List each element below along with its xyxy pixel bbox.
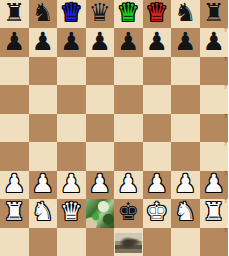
square-b2[interactable]: ♟ (29, 171, 58, 199)
square-e0[interactable] (114, 228, 143, 256)
square-h6[interactable]: 7 (200, 57, 229, 85)
piece-white-pawn[interactable]: ♟ (203, 171, 225, 198)
piece-white-rook[interactable]: ♜ (3, 199, 25, 226)
square-g6[interactable] (171, 57, 200, 85)
square-c6[interactable] (57, 57, 86, 85)
piece-black-pawn[interactable]: ♟ (117, 28, 139, 55)
square-b6[interactable] (29, 57, 58, 85)
square-a7[interactable]: ♟ (0, 28, 29, 56)
square-g2[interactable]: ♟ (171, 171, 200, 199)
square-d6[interactable] (86, 57, 115, 85)
piece-white-queen[interactable]: ♛ (60, 199, 82, 226)
square-e1[interactable]: ♚ (114, 199, 143, 227)
square-h5[interactable]: 7 (200, 85, 229, 113)
square-e4[interactable] (114, 114, 143, 142)
piece-black-knight[interactable]: ♞ (174, 0, 196, 27)
piece-black-rook[interactable]: ♜ (203, 0, 225, 27)
square-e2[interactable]: ♟ (114, 171, 143, 199)
piece-black-pawn[interactable]: ♟ (60, 28, 82, 55)
square-g1[interactable]: ♞ (171, 199, 200, 227)
square-e3[interactable] (114, 142, 143, 170)
square-a8[interactable]: ♜ (0, 0, 29, 28)
square-e6[interactable] (114, 57, 143, 85)
piece-white-pawn[interactable]: ♟ (146, 171, 168, 198)
piece-red-queen[interactable]: ♛ (146, 0, 168, 27)
piece-white-pawn[interactable]: ♟ (89, 171, 111, 198)
square-f0[interactable] (143, 228, 172, 256)
square-g4[interactable] (171, 114, 200, 142)
square-b3[interactable] (29, 142, 58, 170)
piece-black-queen[interactable]: ♛ (89, 0, 111, 27)
square-a2[interactable]: ♟ (0, 171, 29, 199)
piece-black-pawn[interactable]: ♟ (146, 28, 168, 55)
piece-black-knight[interactable]: ♞ (32, 0, 54, 27)
photo-foliage (86, 199, 115, 227)
square-c3[interactable] (57, 142, 86, 170)
square-b7[interactable]: ♟ (29, 28, 58, 56)
square-h2[interactable]: ♟7 (200, 171, 229, 199)
square-d3[interactable] (86, 142, 115, 170)
square-a5[interactable] (0, 85, 29, 113)
piece-blue-queen[interactable]: ♛ (60, 0, 82, 27)
piece-white-pawn[interactable]: ♟ (3, 171, 25, 198)
square-f8[interactable]: ♛ (143, 0, 172, 28)
square-h0[interactable]: 7 (200, 228, 229, 256)
piece-black-rook[interactable]: ♜ (3, 0, 25, 27)
square-e7[interactable]: ♟ (114, 28, 143, 56)
square-c2[interactable]: ♟ (57, 171, 86, 199)
piece-white-rook[interactable]: ♜ (203, 199, 225, 226)
square-e8[interactable]: ♛ (114, 0, 143, 28)
square-h1[interactable]: ♜7 (200, 199, 229, 227)
square-c1[interactable]: ♛ (57, 199, 86, 227)
square-d8[interactable]: ♛ (86, 0, 115, 28)
piece-white-king[interactable]: ♚ (146, 199, 168, 226)
corner-mark: 7 (224, 114, 227, 119)
square-b8[interactable]: ♞ (29, 0, 58, 28)
square-g0[interactable] (171, 228, 200, 256)
piece-black-pawn[interactable]: ♟ (203, 28, 225, 55)
square-f5[interactable] (143, 85, 172, 113)
square-a0[interactable] (0, 228, 29, 256)
square-f6[interactable] (143, 57, 172, 85)
square-h7[interactable]: ♟7 (200, 28, 229, 56)
square-d4[interactable] (86, 114, 115, 142)
square-c8[interactable]: ♛ (57, 0, 86, 28)
square-b0[interactable] (29, 228, 58, 256)
square-h8[interactable]: ♜ (200, 0, 229, 28)
piece-black-king[interactable]: ♚ (117, 199, 139, 226)
square-e5[interactable] (114, 85, 143, 113)
square-f7[interactable]: ♟ (143, 28, 172, 56)
piece-white-pawn[interactable]: ♟ (117, 171, 139, 198)
square-a1[interactable]: ♜ (0, 199, 29, 227)
square-f3[interactable] (143, 142, 172, 170)
chess-board: ♜♞♛♛♛♛♞♜♟♟♟♟♟♟♟♟77777♟♟♟♟♟♟♟♟7♜♞♛♚♚♞♜77 (0, 0, 228, 256)
square-c5[interactable] (57, 85, 86, 113)
piece-black-pawn[interactable]: ♟ (89, 28, 111, 55)
square-f4[interactable] (143, 114, 172, 142)
square-b5[interactable] (29, 85, 58, 113)
square-g7[interactable]: ♟ (171, 28, 200, 56)
square-c0[interactable] (57, 228, 86, 256)
square-a3[interactable] (0, 142, 29, 170)
photo-landscape (115, 233, 142, 253)
square-b1[interactable]: ♞ (29, 199, 58, 227)
square-d5[interactable] (86, 85, 115, 113)
piece-black-pawn[interactable]: ♟ (32, 28, 54, 55)
square-g5[interactable] (171, 85, 200, 113)
piece-green-queen[interactable]: ♛ (117, 0, 139, 27)
corner-mark: 7 (224, 57, 227, 62)
square-d1[interactable] (86, 199, 115, 227)
piece-white-knight[interactable]: ♞ (32, 199, 54, 226)
piece-white-pawn[interactable]: ♟ (60, 171, 82, 198)
square-d2[interactable]: ♟ (86, 171, 115, 199)
piece-black-pawn[interactable]: ♟ (174, 28, 196, 55)
corner-mark: 7 (224, 85, 227, 90)
corner-mark: 7 (224, 228, 227, 233)
square-a4[interactable] (0, 114, 29, 142)
square-g8[interactable]: ♞ (171, 0, 200, 28)
square-d0[interactable] (86, 228, 115, 256)
square-f2[interactable]: ♟ (143, 171, 172, 199)
piece-black-pawn[interactable]: ♟ (3, 28, 25, 55)
piece-white-pawn[interactable]: ♟ (174, 171, 196, 198)
square-a6[interactable] (0, 57, 29, 85)
square-h4[interactable]: 7 (200, 114, 229, 142)
piece-white-knight[interactable]: ♞ (174, 199, 196, 226)
square-c4[interactable] (57, 114, 86, 142)
square-c7[interactable]: ♟ (57, 28, 86, 56)
piece-white-pawn[interactable]: ♟ (32, 171, 54, 198)
square-f1[interactable]: ♚ (143, 199, 172, 227)
corner-mark: 7 (224, 142, 227, 147)
square-d7[interactable]: ♟ (86, 28, 115, 56)
square-h3[interactable]: 7 (200, 142, 229, 170)
square-g3[interactable] (171, 142, 200, 170)
square-b4[interactable] (29, 114, 58, 142)
